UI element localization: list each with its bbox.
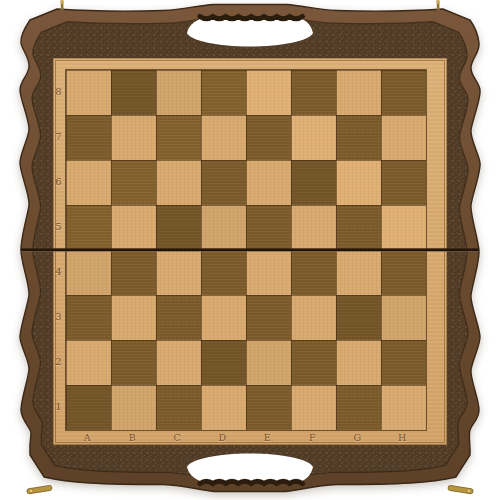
clasp-right	[448, 485, 473, 494]
square-b8[interactable]	[111, 70, 156, 115]
square-b2[interactable]	[111, 340, 156, 385]
square-d2[interactable]	[201, 340, 246, 385]
bottom-handle-grip	[200, 481, 302, 483]
file-label-a: A	[65, 429, 110, 445]
hinge-pin-left	[60, 0, 64, 10]
square-f1[interactable]	[291, 385, 336, 430]
square-h3[interactable]	[381, 295, 426, 340]
square-b5[interactable]	[111, 205, 156, 250]
rank-labels: 87654321	[52, 69, 65, 429]
square-h6[interactable]	[381, 160, 426, 205]
file-label-d: D	[200, 429, 245, 445]
square-h8[interactable]	[381, 70, 426, 115]
square-d7[interactable]	[201, 115, 246, 160]
chess-case-photo: 87654321 ABCDEFGH	[0, 0, 500, 500]
clasp-left	[27, 485, 52, 494]
square-c6[interactable]	[156, 160, 201, 205]
square-h1[interactable]	[381, 385, 426, 430]
chess-board	[65, 69, 427, 431]
file-label-g: G	[335, 429, 380, 445]
square-d6[interactable]	[201, 160, 246, 205]
square-a6[interactable]	[66, 160, 111, 205]
square-f6[interactable]	[291, 160, 336, 205]
square-f8[interactable]	[291, 70, 336, 115]
square-g3[interactable]	[336, 295, 381, 340]
top-handle-cutout	[187, 18, 313, 47]
square-c4[interactable]	[156, 250, 201, 295]
square-a3[interactable]	[66, 295, 111, 340]
square-f2[interactable]	[291, 340, 336, 385]
square-a8[interactable]	[66, 70, 111, 115]
square-g5[interactable]	[336, 205, 381, 250]
square-g4[interactable]	[336, 250, 381, 295]
square-e4[interactable]	[246, 250, 291, 295]
rank-label-7: 7	[52, 114, 65, 159]
square-a5[interactable]	[66, 205, 111, 250]
square-h7[interactable]	[381, 115, 426, 160]
square-b7[interactable]	[111, 115, 156, 160]
square-g7[interactable]	[336, 115, 381, 160]
square-h4[interactable]	[381, 250, 426, 295]
rank-label-8: 8	[52, 69, 65, 114]
square-d1[interactable]	[201, 385, 246, 430]
square-e5[interactable]	[246, 205, 291, 250]
rank-label-2: 2	[52, 339, 65, 384]
square-b3[interactable]	[111, 295, 156, 340]
square-b6[interactable]	[111, 160, 156, 205]
square-c5[interactable]	[156, 205, 201, 250]
square-e2[interactable]	[246, 340, 291, 385]
rank-label-5: 5	[52, 204, 65, 249]
square-c8[interactable]	[156, 70, 201, 115]
rank-label-1: 1	[52, 384, 65, 429]
square-c7[interactable]	[156, 115, 201, 160]
file-label-f: F	[290, 429, 335, 445]
square-a1[interactable]	[66, 385, 111, 430]
top-handle-grip	[200, 17, 302, 19]
square-c2[interactable]	[156, 340, 201, 385]
rank-label-3: 3	[52, 294, 65, 339]
square-c3[interactable]	[156, 295, 201, 340]
square-b1[interactable]	[111, 385, 156, 430]
file-label-e: E	[245, 429, 290, 445]
square-d4[interactable]	[201, 250, 246, 295]
file-labels: ABCDEFGH	[65, 429, 425, 445]
square-d3[interactable]	[201, 295, 246, 340]
square-a2[interactable]	[66, 340, 111, 385]
file-label-c: C	[155, 429, 200, 445]
square-g2[interactable]	[336, 340, 381, 385]
file-label-b: B	[110, 429, 155, 445]
rank-label-4: 4	[52, 249, 65, 294]
square-f5[interactable]	[291, 205, 336, 250]
square-e6[interactable]	[246, 160, 291, 205]
rank-label-6: 6	[52, 159, 65, 204]
square-e8[interactable]	[246, 70, 291, 115]
square-a7[interactable]	[66, 115, 111, 160]
square-f7[interactable]	[291, 115, 336, 160]
square-c1[interactable]	[156, 385, 201, 430]
square-g6[interactable]	[336, 160, 381, 205]
square-f3[interactable]	[291, 295, 336, 340]
square-d8[interactable]	[201, 70, 246, 115]
square-f4[interactable]	[291, 250, 336, 295]
square-g1[interactable]	[336, 385, 381, 430]
square-b4[interactable]	[111, 250, 156, 295]
hinge-pin-right	[436, 0, 440, 10]
square-h5[interactable]	[381, 205, 426, 250]
square-e1[interactable]	[246, 385, 291, 430]
bottom-handle-cutout	[187, 454, 313, 483]
square-g8[interactable]	[336, 70, 381, 115]
square-a4[interactable]	[66, 250, 111, 295]
square-e7[interactable]	[246, 115, 291, 160]
square-e3[interactable]	[246, 295, 291, 340]
square-d5[interactable]	[201, 205, 246, 250]
file-label-h: H	[380, 429, 425, 445]
square-h2[interactable]	[381, 340, 426, 385]
